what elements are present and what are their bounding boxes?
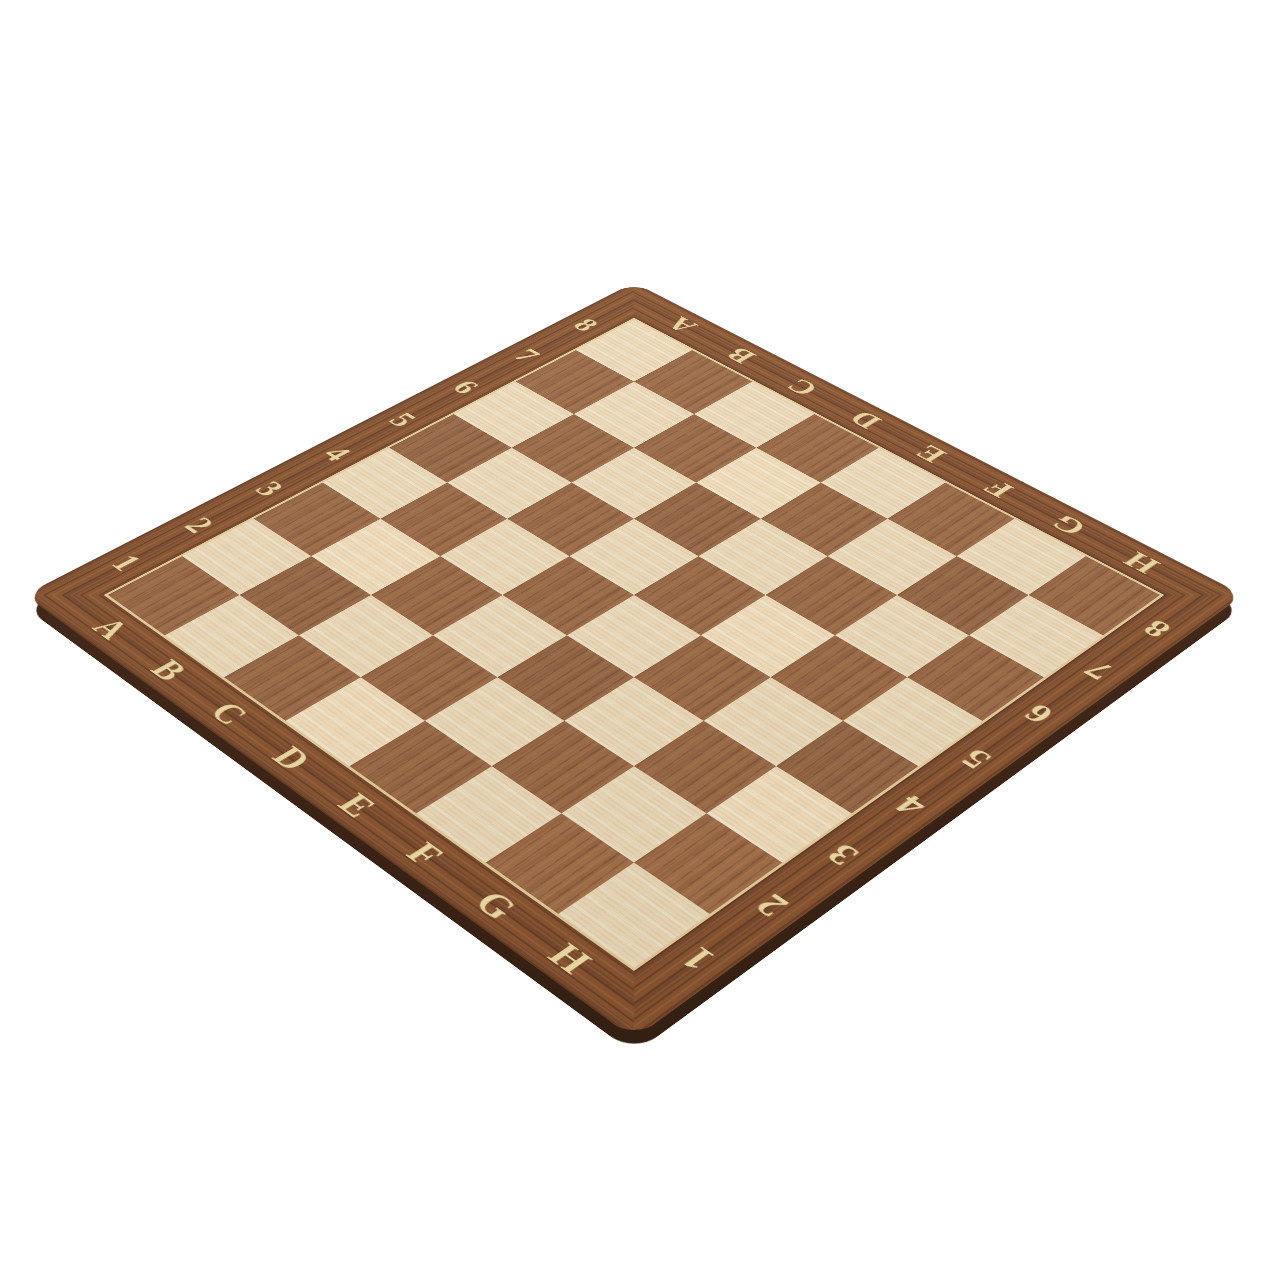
square-f3 [564,677,703,766]
square-h3 [707,766,852,862]
rank-label-right-3: 3 [796,822,891,886]
file-label-near-h: H [520,924,619,994]
rank-label-right-1: 1 [649,924,748,994]
playing-field [104,318,1165,971]
square-c2 [299,595,433,677]
square-f1 [416,766,561,862]
square-g3 [634,721,776,814]
board-position-wrapper: AA88BB77CC66DD55EE44FF33GG22HH11 [203,164,1065,1026]
square-e3 [497,635,634,720]
square-d1 [286,677,425,766]
square-d3 [433,595,567,677]
file-label-near-g: G [447,872,544,939]
square-g5 [771,635,908,720]
square-f2 [492,721,634,814]
square-g6 [835,595,969,677]
chessboard: AA88BB77CC66DD55EE44FF33GG22HH11 [24,283,1243,1040]
square-g1 [486,813,634,914]
square-e1 [350,721,492,814]
square-f5 [701,595,835,677]
board-frame-right [587,571,1244,1039]
square-h4 [776,721,918,814]
rank-label-right-5: 5 [931,729,1022,788]
square-d2 [361,635,498,720]
rank-label-right-2: 2 [724,872,821,939]
square-g4 [704,677,843,766]
square-h2 [634,813,782,914]
square-e4 [567,595,701,677]
square-h6 [907,635,1044,720]
board-frame-bottom [24,571,681,1039]
square-h5 [843,677,982,766]
product-photo-scene: AA88BB77CC66DD55EE44FF33GG22HH11 [0,0,1280,1280]
square-b1 [165,595,299,677]
square-h1 [558,863,709,968]
square-g2 [561,766,706,862]
square-h7 [969,595,1103,677]
square-c1 [224,635,361,720]
rank-label-right-4: 4 [865,775,958,837]
square-e2 [425,677,564,766]
square-f4 [634,635,771,720]
file-label-near-f: F [377,822,472,886]
board-face: AA88BB77CC66DD55EE44FF33GG22HH11 [24,283,1243,1040]
